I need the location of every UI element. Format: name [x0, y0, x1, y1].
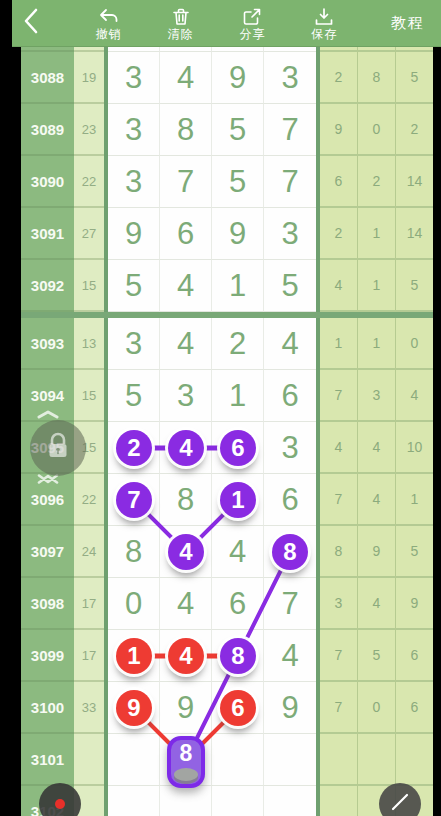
stat-cell: 9 — [358, 526, 396, 578]
digit-cell[interactable]: 4 — [160, 52, 212, 104]
digit-cell[interactable]: 4 — [160, 578, 212, 630]
clear-button[interactable]: 清除 — [168, 8, 194, 41]
issue-cell: 3101 — [21, 734, 74, 786]
issue-label: 3097 — [31, 543, 64, 560]
digit-cell[interactable]: 9 — [108, 208, 160, 260]
issue-label: 3096 — [31, 491, 64, 508]
annotation-circle-purple[interactable]: 4 — [168, 430, 204, 466]
stat-cell — [358, 734, 396, 786]
lock-icon — [45, 432, 71, 464]
table-row: 3101 — [21, 734, 433, 786]
stat-cell: 7 — [320, 630, 358, 682]
digit-cell[interactable]: 7 — [264, 156, 316, 208]
stat-cell: 5 — [396, 52, 433, 104]
issue-label: 3094 — [31, 387, 64, 404]
table-row: 3093133424110 — [21, 318, 433, 370]
digit-cell[interactable]: 4 — [160, 318, 212, 370]
stat-cell: 0 — [358, 682, 396, 734]
sum-cell: 19 — [74, 52, 104, 104]
digit-cell[interactable]: 7 — [264, 578, 316, 630]
issue-cell: 3091 — [21, 208, 74, 260]
drag-shadow — [174, 768, 198, 781]
stat-cell: 1 — [320, 318, 358, 370]
stat-cell: 7 — [320, 370, 358, 422]
stat-cell: 6 — [396, 682, 433, 734]
issue-label: 3088 — [31, 69, 64, 86]
digit-cell[interactable]: 3 — [108, 52, 160, 104]
stat-cell: 2 — [320, 52, 358, 104]
issue-label: 3101 — [31, 751, 64, 768]
stat-cell: 2 — [358, 156, 396, 208]
issue-cell: 3094 — [21, 370, 74, 422]
digit-cell[interactable] — [212, 734, 264, 786]
annotation-circle-purple[interactable]: 1 — [220, 482, 256, 518]
stat-cell: 1 — [396, 474, 433, 526]
digit-cell[interactable]: 6 — [160, 208, 212, 260]
digit-cell[interactable] — [264, 734, 316, 786]
stat-cell: 6 — [396, 630, 433, 682]
issue-cell: 3098 — [21, 578, 74, 630]
digit-cell[interactable]: 1 — [212, 260, 264, 312]
table-row: 3098170467349 — [21, 578, 433, 630]
share-label: 分享 — [239, 27, 265, 41]
sum-cell — [74, 734, 104, 786]
stat-cell: 4 — [358, 422, 396, 474]
digit-cell[interactable]: 3 — [160, 370, 212, 422]
save-button[interactable]: 保存 — [311, 8, 337, 41]
lock-button[interactable] — [30, 420, 86, 476]
undo-label: 撤销 — [96, 27, 122, 41]
digit-cell[interactable]: 2 — [212, 318, 264, 370]
stat-cell: 5 — [396, 260, 433, 312]
stat-cell — [320, 734, 358, 786]
digit-cell[interactable]: 5 — [212, 156, 264, 208]
digit-cell[interactable]: 9 — [212, 208, 264, 260]
stat-cell: 4 — [396, 370, 433, 422]
digit-cell[interactable]: 9 — [212, 52, 264, 104]
issue-label: 3091 — [31, 225, 64, 242]
digit-cell[interactable]: 5 — [212, 104, 264, 156]
annotation-target-badge[interactable]: 8 — [167, 736, 205, 788]
undo-icon — [98, 8, 120, 26]
stat-cell: 5 — [396, 526, 433, 578]
issue-cell: 3099 — [21, 630, 74, 682]
digit-cell[interactable]: 1 — [212, 370, 264, 422]
stat-cell: 3 — [358, 370, 396, 422]
sum-cell: 33 — [74, 682, 104, 734]
table-row: 3088193493285 — [21, 52, 433, 104]
stat-cell: 8 — [320, 526, 358, 578]
stat-cell: 1 — [358, 260, 396, 312]
stat-cell: 7 — [320, 682, 358, 734]
digit-cell[interactable]: 9 — [160, 682, 212, 734]
digit-cell[interactable]: 5 — [108, 370, 160, 422]
stat-cell: 7 — [320, 474, 358, 526]
issue-cell: 3093 — [21, 318, 74, 370]
digit-cell[interactable] — [108, 734, 160, 786]
issue-cell: 3090 — [21, 156, 74, 208]
annotation-circle-red[interactable]: 9 — [116, 690, 152, 726]
digit-cell[interactable]: 4 — [160, 260, 212, 312]
issue-label: 3099 — [31, 647, 64, 664]
collapse-bowtie-icon[interactable] — [21, 474, 74, 484]
digit-cell[interactable]: 8 — [160, 104, 212, 156]
digit-cell[interactable] — [108, 786, 160, 816]
sum-cell: 23 — [74, 104, 104, 156]
undo-button[interactable]: 撤销 — [96, 8, 122, 41]
issue-cell: 3089 — [21, 104, 74, 156]
sum-cell: 22 — [74, 474, 104, 526]
tutorial-button[interactable]: 教程 — [391, 14, 425, 33]
table-row: 3092155415415 — [21, 260, 433, 312]
sum-cell: 15 — [74, 370, 104, 422]
stat-cell: 4 — [358, 474, 396, 526]
issue-label: 3093 — [31, 335, 64, 352]
stat-cell: 4 — [358, 578, 396, 630]
download-icon — [314, 8, 334, 26]
mark-digit: 8 — [180, 740, 193, 767]
stat-cell: 0 — [358, 104, 396, 156]
digit-cell[interactable] — [264, 786, 316, 816]
digit-cell[interactable]: 0 — [108, 578, 160, 630]
digit-cell[interactable]: 3 — [264, 52, 316, 104]
toolbar: 撤销 清除 分享 保存 教程 — [12, 0, 441, 47]
sum-cell: 13 — [74, 318, 104, 370]
issue-cell: 3096 — [21, 474, 74, 526]
table-row: 30902237576214 — [21, 156, 433, 208]
table-row: 3089233857902 — [21, 104, 433, 156]
digit-cell[interactable] — [212, 786, 264, 816]
annotation-circle-red[interactable]: 4 — [168, 638, 204, 674]
stat-cell: 2 — [396, 104, 433, 156]
digit-cell[interactable]: 8 — [160, 474, 212, 526]
share-icon — [242, 8, 262, 26]
stat-cell: 8 — [358, 52, 396, 104]
stat-cell: 9 — [396, 578, 433, 630]
stat-cell: 10 — [396, 422, 433, 474]
digit-cell[interactable]: 7 — [160, 156, 212, 208]
stat-cell: 14 — [396, 208, 433, 260]
annotation-circle-purple[interactable]: 7 — [116, 482, 152, 518]
pencil-line-icon — [389, 791, 411, 816]
share-button[interactable]: 分享 — [239, 8, 265, 41]
app-screen: 撤销 清除 分享 保存 教程 — [0, 0, 441, 816]
issue-cell: 3088 — [21, 52, 74, 104]
digit-cell[interactable]: 4 — [212, 526, 264, 578]
digit-cell[interactable]: 9 — [264, 682, 316, 734]
stat-cell: 9 — [320, 104, 358, 156]
digit-cell[interactable]: 6 — [264, 474, 316, 526]
record-dot-icon — [55, 799, 65, 809]
issue-label: 3100 — [31, 699, 64, 716]
digit-cell[interactable]: 3 — [108, 104, 160, 156]
stat-cell — [396, 734, 433, 786]
annotation-circle-purple[interactable]: 2 — [116, 430, 152, 466]
table-row: 30912796932114 — [21, 208, 433, 260]
issue-cell: 3092 — [21, 260, 74, 312]
digit-cell[interactable]: 5 — [108, 260, 160, 312]
stat-cell — [320, 786, 358, 816]
annotation-circle-purple[interactable]: 8 — [272, 534, 308, 570]
stat-cell: 0 — [396, 318, 433, 370]
stat-cell: 14 — [396, 156, 433, 208]
sum-cell: 17 — [74, 630, 104, 682]
digit-cell[interactable]: 5 — [264, 260, 316, 312]
issue-label: 3092 — [31, 277, 64, 294]
chevron-up-icon[interactable] — [21, 410, 74, 419]
sum-cell: 22 — [74, 156, 104, 208]
digit-cell[interactable]: 3 — [108, 318, 160, 370]
annotation-circle-red[interactable]: 6 — [220, 690, 256, 726]
issue-label: 3089 — [31, 121, 64, 138]
digit-cell[interactable]: 3 — [264, 208, 316, 260]
digit-cell[interactable]: 3 — [264, 422, 316, 474]
digit-cell[interactable]: 7 — [264, 104, 316, 156]
issue-label: 3090 — [31, 173, 64, 190]
stat-cell: 4 — [320, 422, 358, 474]
sum-cell: 24 — [74, 526, 104, 578]
sum-cell: 17 — [74, 578, 104, 630]
annotation-circle-purple[interactable]: 4 — [168, 534, 204, 570]
table-row: 3094155316734 — [21, 370, 433, 422]
stat-cell: 5 — [358, 630, 396, 682]
sum-cell: 27 — [74, 208, 104, 260]
stat-cell: 6 — [320, 156, 358, 208]
back-button[interactable] — [12, 3, 50, 43]
stat-cell: 3 — [320, 578, 358, 630]
digit-cell[interactable]: 8 — [108, 526, 160, 578]
chevron-left-icon — [21, 7, 41, 39]
stat-cell: 1 — [358, 208, 396, 260]
digit-cell[interactable] — [160, 786, 212, 816]
annotation-circle-red[interactable]: 1 — [116, 638, 152, 674]
annotation-circle-purple[interactable]: 6 — [220, 430, 256, 466]
stat-cell: 1 — [358, 318, 396, 370]
digit-cell[interactable]: 4 — [264, 630, 316, 682]
clear-label: 清除 — [168, 27, 194, 41]
trash-icon — [171, 8, 191, 26]
toolbar-buttons: 撤销 清除 分享 保存 — [50, 6, 389, 41]
issue-label: 3098 — [31, 595, 64, 612]
digit-cell[interactable]: 6 — [264, 370, 316, 422]
save-label: 保存 — [311, 27, 337, 41]
digit-cell[interactable]: 4 — [264, 318, 316, 370]
stat-cell: 2 — [320, 208, 358, 260]
sum-cell: 15 — [74, 260, 104, 312]
issue-cell: 3097 — [21, 526, 74, 578]
table-row: 3097248448895 — [21, 526, 433, 578]
digit-cell[interactable]: 3 — [108, 156, 160, 208]
digit-cell[interactable]: 6 — [212, 578, 264, 630]
issue-cell: 3100 — [21, 682, 74, 734]
annotation-circle-purple[interactable]: 8 — [220, 638, 256, 674]
stat-cell: 4 — [320, 260, 358, 312]
table-row: 3102 — [21, 786, 433, 816]
